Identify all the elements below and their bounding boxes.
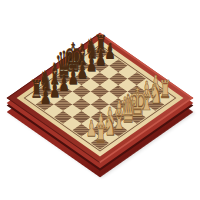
white-rook-glyph: ♜	[94, 122, 106, 147]
chess-board: ♜♞♝♛♚♝♞♜♟♟♟♟♟♟♟♟♟♟♟♟♟♟♟♟♜♞♝♛♚♝♞♜	[7, 33, 194, 164]
chess-set-photo: ♜♞♝♛♚♝♞♜♟♟♟♟♟♟♟♟♟♟♟♟♟♟♟♟♜♞♝♛♚♝♞♜	[0, 0, 200, 200]
black-pawn-glyph: ♟	[39, 85, 50, 107]
